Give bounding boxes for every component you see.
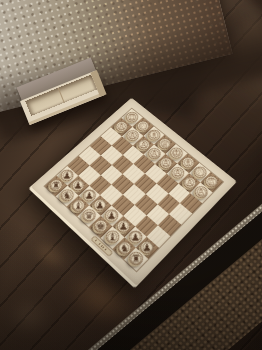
piece-glyph: ♜ (50, 181, 62, 191)
piece-glyph: ♖ (206, 177, 218, 187)
piece-glyph: ♔ (171, 149, 182, 158)
piece-glyph: ♟ (72, 180, 84, 190)
piece-glyph: ♗ (182, 158, 193, 168)
piece-glyph: ♗ (149, 130, 160, 139)
piece-glyph: ♟ (106, 210, 118, 221)
piece-glyph: ♝ (72, 201, 84, 211)
piece-glyph: ♟ (95, 200, 107, 210)
piece-glyph: ♞ (61, 190, 73, 200)
piece-glyph: ♜ (130, 253, 142, 264)
photo-scene: ♖♘♗♕♔♗♘♖♙♙♙♙♙♙♙♙♟♟♟♟♟♟♟♟♜♞♝♛♚♝♞♜ (0, 0, 262, 350)
piece-glyph: ♟ (142, 242, 154, 253)
piece-glyph: ♕ (160, 139, 171, 148)
piece-glyph: ♙ (161, 158, 172, 168)
piece-glyph: ♟ (62, 170, 74, 180)
piece-glyph: ♚ (95, 221, 107, 232)
piece-glyph: ♙ (149, 149, 160, 158)
piece-glyph: ♘ (194, 167, 205, 177)
piece-glyph: ♟ (118, 221, 130, 232)
piece-glyph: ♙ (116, 122, 127, 131)
piece-glyph: ♙ (138, 140, 149, 149)
piece-glyph: ♙ (127, 131, 138, 140)
piece-glyph: ♙ (196, 187, 208, 197)
piece-glyph: ♙ (184, 177, 195, 187)
piece-glyph: ♖ (127, 113, 137, 122)
piece-glyph: ♟ (84, 190, 96, 200)
piece-glyph: ♘ (138, 122, 149, 131)
piece-glyph: ♝ (106, 232, 118, 243)
piece-glyph: ♙ (172, 168, 183, 178)
glass-reflection (6, 296, 52, 336)
piece-glyph: ♛ (83, 211, 95, 222)
piece-glyph: ♟ (130, 231, 142, 242)
piece-glyph: ♞ (118, 242, 130, 253)
